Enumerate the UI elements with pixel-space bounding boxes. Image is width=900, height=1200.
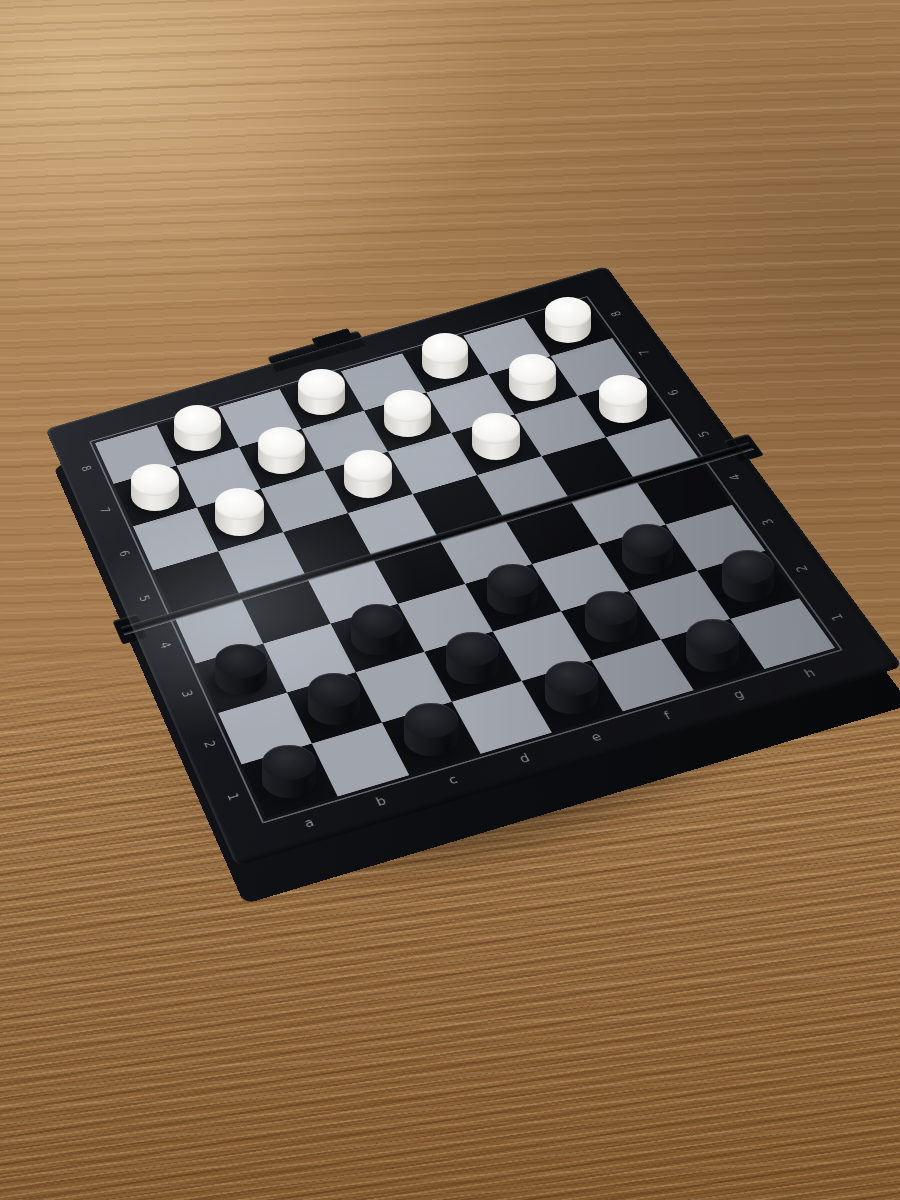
piece-top bbox=[509, 354, 556, 385]
checker-black-e3[interactable] bbox=[487, 564, 538, 615]
piece-top bbox=[215, 488, 264, 520]
checker-white-h8[interactable] bbox=[545, 297, 591, 343]
pieces-layer bbox=[0, 0, 900, 1200]
checker-white-b6[interactable] bbox=[215, 488, 264, 536]
checker-black-c3[interactable] bbox=[351, 604, 402, 655]
checker-white-f8[interactable] bbox=[422, 333, 469, 379]
piece-top bbox=[422, 333, 469, 364]
checker-black-g3[interactable] bbox=[622, 524, 673, 574]
checker-white-b8[interactable] bbox=[174, 405, 221, 451]
piece-top bbox=[545, 297, 591, 328]
checker-white-e7[interactable] bbox=[384, 390, 431, 437]
piece-top bbox=[258, 427, 306, 458]
piece-top bbox=[174, 405, 221, 436]
checker-black-d2[interactable] bbox=[446, 632, 498, 684]
checker-black-e1[interactable] bbox=[545, 661, 598, 714]
checker-black-b2[interactable] bbox=[308, 673, 361, 725]
checker-black-a3[interactable] bbox=[215, 644, 267, 695]
checker-white-h6[interactable] bbox=[599, 375, 647, 423]
piece-top bbox=[446, 632, 498, 667]
checker-white-d8[interactable] bbox=[298, 369, 345, 415]
piece-top bbox=[384, 390, 431, 421]
piece-top bbox=[722, 550, 774, 584]
checker-black-h2[interactable] bbox=[722, 550, 774, 601]
checker-black-a1[interactable] bbox=[262, 745, 316, 798]
piece-top bbox=[351, 604, 402, 638]
piece-top bbox=[686, 619, 739, 654]
photo-scene: abcdefgh1122334455667788 bbox=[0, 0, 900, 1200]
checker-black-g1[interactable] bbox=[686, 619, 739, 671]
piece-top bbox=[344, 450, 392, 482]
checker-white-f6[interactable] bbox=[472, 413, 520, 461]
checker-white-g7[interactable] bbox=[509, 354, 556, 401]
checker-white-a7[interactable] bbox=[131, 464, 179, 511]
checker-black-c1[interactable] bbox=[404, 703, 457, 756]
checker-black-f2[interactable] bbox=[585, 591, 637, 643]
checker-white-d6[interactable] bbox=[344, 450, 392, 498]
piece-top bbox=[298, 369, 345, 400]
piece-top bbox=[404, 703, 457, 738]
piece-top bbox=[131, 464, 179, 496]
piece-top bbox=[215, 644, 267, 678]
piece-top bbox=[262, 745, 316, 780]
checker-white-c7[interactable] bbox=[258, 427, 306, 474]
piece-top bbox=[585, 591, 637, 625]
